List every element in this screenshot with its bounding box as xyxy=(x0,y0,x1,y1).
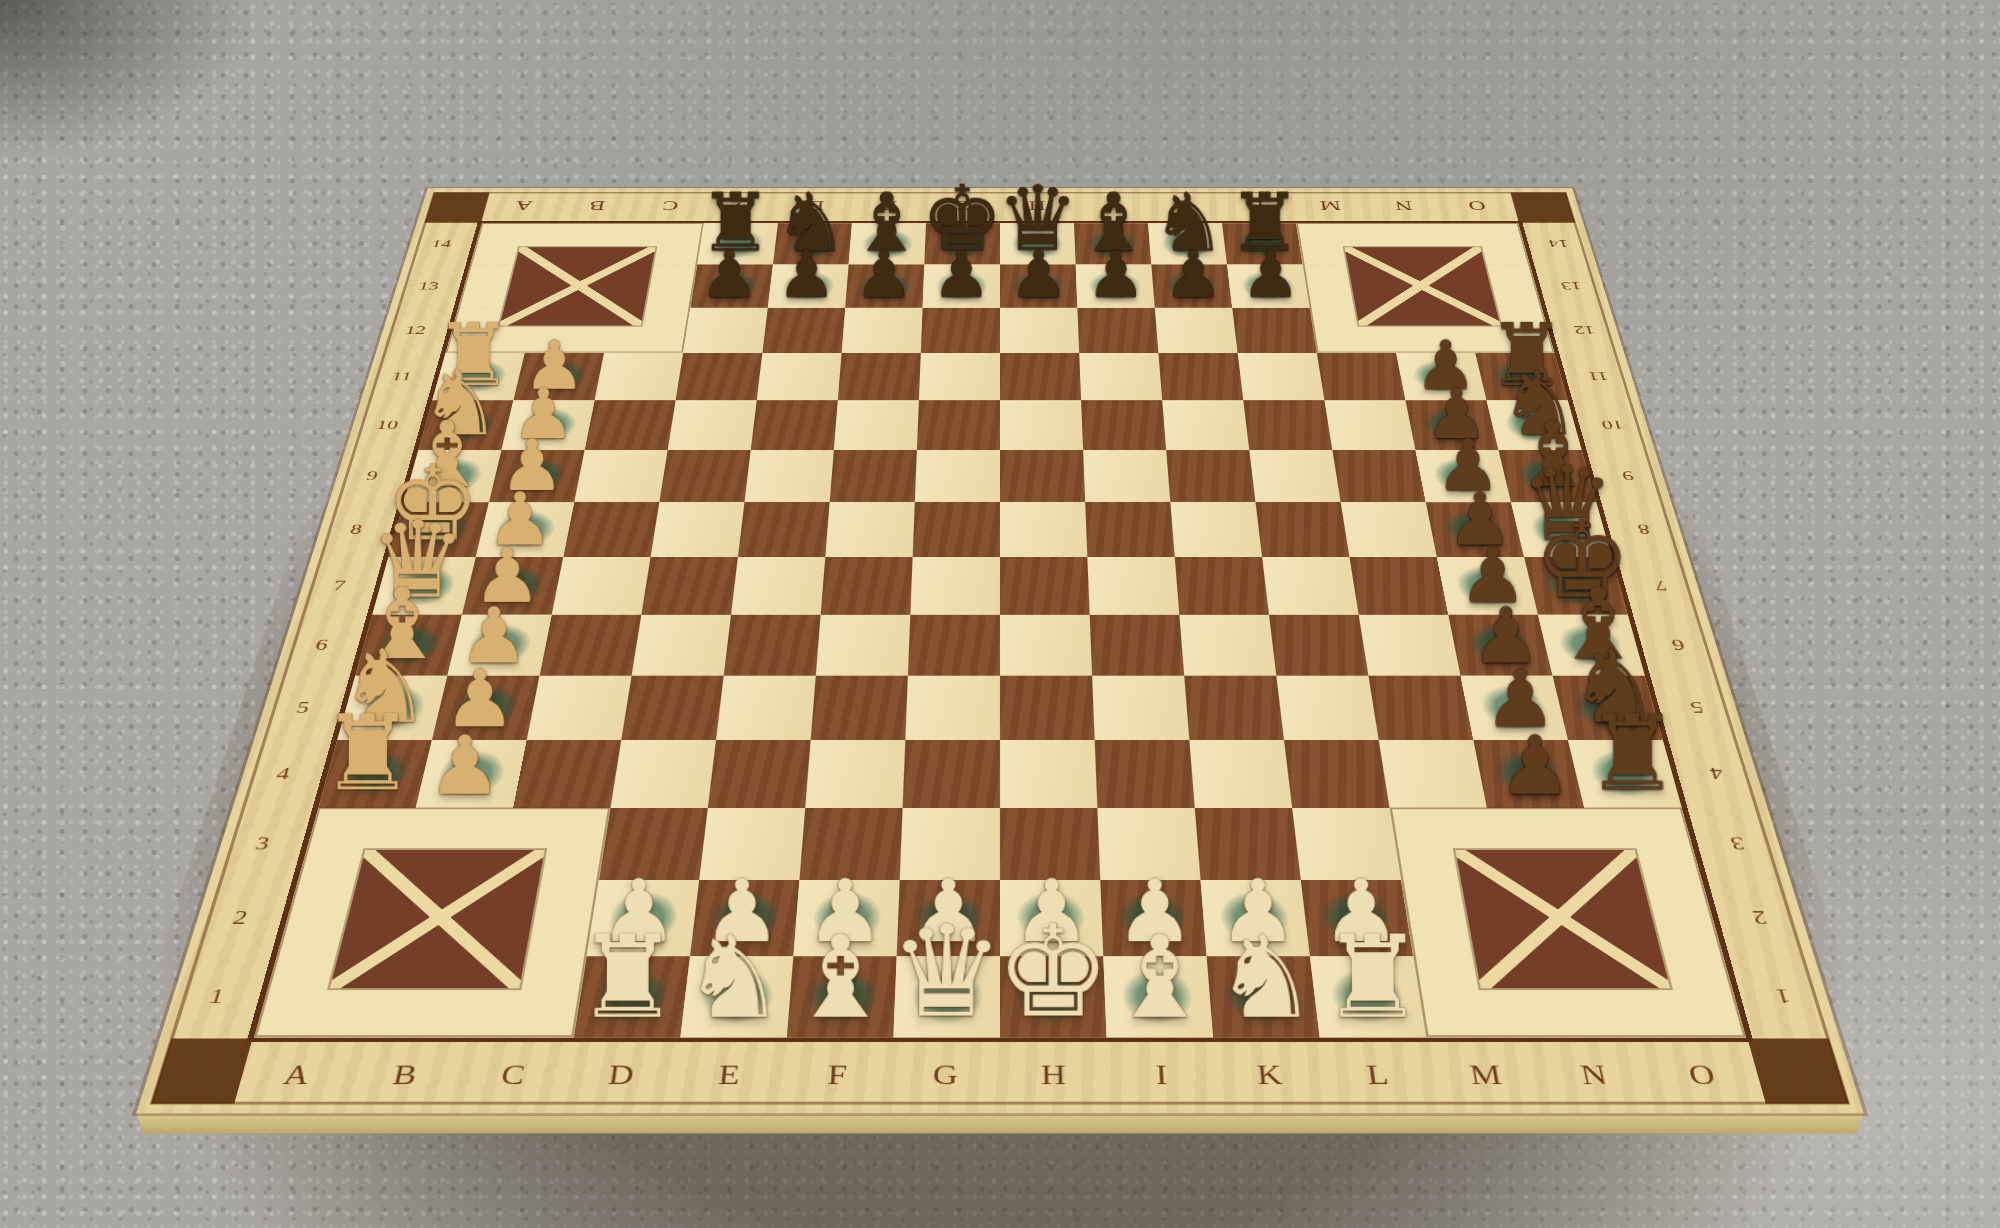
square-F12 xyxy=(842,308,923,353)
square-C4 xyxy=(513,740,621,808)
square-I7 xyxy=(1087,557,1179,615)
square-F8 xyxy=(825,502,915,557)
square-I9 xyxy=(1083,450,1170,502)
play-area: ♜♞♝♚♛♝♞♜♟♟♟♟♟♟♟♟♜♟♟♜♞♟♟♞♝♟♟♝♚♟♟♛♛♟♟♚♝♟♟♝… xyxy=(246,221,1753,1043)
file-labels-bottom: ABCDEFGHIKLMNO xyxy=(235,1045,1765,1104)
file-label-bottom-C: C xyxy=(454,1045,573,1104)
piece-north-pawn-L13: ♟ xyxy=(1241,242,1301,307)
square-H8 xyxy=(1000,502,1087,557)
square-L5 xyxy=(1276,676,1378,740)
piece-south-rook-D1: ♜ xyxy=(575,921,680,1035)
rank-label-right-4: 4 xyxy=(1672,740,1763,808)
square-I5 xyxy=(1092,676,1189,740)
file-labels-top: ABCDEFGHIKLMNO xyxy=(483,192,1517,219)
square-E11 xyxy=(757,353,842,400)
file-label-bottom-G: G xyxy=(891,1045,1000,1104)
square-E4 xyxy=(708,740,811,808)
square-I12 xyxy=(1077,308,1158,353)
square-K7 xyxy=(1175,557,1269,615)
piece-west-pawn-B4: ♟ xyxy=(427,725,502,807)
square-K6 xyxy=(1179,615,1276,676)
piece-south-bishop-F1: ♝ xyxy=(788,921,893,1035)
file-label-bottom-K: K xyxy=(1214,1045,1328,1104)
piece-north-pawn-K13: ♟ xyxy=(1164,242,1224,307)
piece-east-rook-O4: ♜ xyxy=(1584,702,1680,806)
piece-south-knight-K1: ♞ xyxy=(1214,921,1319,1035)
square-E9 xyxy=(744,450,833,502)
square-M9 xyxy=(1332,450,1426,502)
square-G6 xyxy=(908,615,1000,676)
file-label-top-A: A xyxy=(483,192,563,219)
square-C6 xyxy=(539,615,641,676)
square-K11 xyxy=(1158,353,1243,400)
square-E7 xyxy=(731,557,825,615)
square-K4 xyxy=(1189,740,1292,808)
square-E6 xyxy=(724,615,821,676)
rank-label-right-12: 12 xyxy=(1549,308,1620,353)
square-G9 xyxy=(915,450,1000,502)
square-C7 xyxy=(552,557,651,615)
square-E1: ♞ xyxy=(680,956,793,1037)
file-label-bottom-B: B xyxy=(344,1045,465,1104)
square-M7 xyxy=(1349,557,1448,615)
square-I11 xyxy=(1079,353,1162,400)
square-E10 xyxy=(751,400,838,450)
square-E13: ♟ xyxy=(768,265,849,308)
square-M8 xyxy=(1341,502,1437,557)
square-E5 xyxy=(716,676,816,740)
rank-label-left-14: 14 xyxy=(407,223,475,264)
square-C9 xyxy=(574,450,668,502)
square-G13: ♟ xyxy=(923,265,1000,308)
square-L9 xyxy=(1249,450,1340,502)
square-M11 xyxy=(1317,353,1406,400)
square-L11 xyxy=(1238,353,1325,400)
square-L8 xyxy=(1256,502,1350,557)
file-label-top-H: H xyxy=(1000,192,1074,219)
corner-x-mark-top-right xyxy=(1345,247,1501,325)
piece-south-bishop-I1: ♝ xyxy=(1107,921,1212,1035)
square-D13: ♟ xyxy=(690,265,773,308)
square-N4: ♟ xyxy=(1473,740,1584,808)
file-label-bottom-A: A xyxy=(235,1045,359,1104)
square-D7 xyxy=(641,557,738,615)
file-label-bottom-O: O xyxy=(1641,1045,1765,1104)
corner-x-mark-bottom-left xyxy=(330,850,545,988)
piece-north-pawn-I13: ♟ xyxy=(1086,242,1145,307)
square-D11 xyxy=(676,353,763,400)
piece-south-king-H1: ♚ xyxy=(995,909,1111,1036)
file-label-bottom-I: I xyxy=(1107,1045,1219,1104)
square-K8 xyxy=(1170,502,1262,557)
file-label-bottom-M: M xyxy=(1428,1045,1547,1104)
file-label-top-B: B xyxy=(557,192,636,219)
square-D10 xyxy=(668,400,757,450)
rank-label-right-13: 13 xyxy=(1537,265,1606,308)
four-player-chessboard: ABCDEFGHIKLMNO ABCDEFGHIKLMNO 1413121110… xyxy=(136,188,1863,1113)
square-M4 xyxy=(1379,740,1487,808)
square-D1: ♜ xyxy=(574,956,690,1037)
square-G4 xyxy=(903,740,1000,808)
corner-x-mark-bottom-right xyxy=(1455,850,1670,988)
square-I10 xyxy=(1081,400,1166,450)
square-F9 xyxy=(830,450,917,502)
square-G10 xyxy=(917,400,1000,450)
square-L13: ♟ xyxy=(1227,265,1310,308)
piece-north-pawn-G13: ♟ xyxy=(932,242,991,307)
board-front-edge xyxy=(136,1113,1863,1133)
square-G11 xyxy=(919,353,1000,400)
file-label-top-C: C xyxy=(631,192,709,219)
rank-label-right-14: 14 xyxy=(1525,223,1593,264)
file-label-bottom-D: D xyxy=(563,1045,679,1104)
file-label-top-E: E xyxy=(778,192,854,219)
square-C11 xyxy=(595,353,684,400)
square-L7 xyxy=(1262,557,1359,615)
square-C10 xyxy=(585,400,676,450)
square-F1: ♝ xyxy=(787,956,897,1037)
square-G1: ♛ xyxy=(893,956,1000,1037)
border-corner-square-bottom-left xyxy=(151,1038,253,1103)
square-L6 xyxy=(1269,615,1368,676)
square-D12 xyxy=(683,308,768,353)
piece-south-knight-E1: ♞ xyxy=(682,921,787,1035)
square-F7 xyxy=(821,557,913,615)
border-corner-square-top-left xyxy=(425,193,490,223)
square-G12 xyxy=(921,308,1000,353)
square-H4 xyxy=(1000,740,1097,808)
square-G8 xyxy=(913,502,1000,557)
piece-north-pawn-H13: ♟ xyxy=(1009,242,1068,307)
rank-label-right-11: 11 xyxy=(1562,353,1635,400)
square-M5 xyxy=(1368,676,1473,740)
square-H9 xyxy=(1000,450,1085,502)
file-label-bottom-H: H xyxy=(1000,1045,1109,1104)
square-H5 xyxy=(1000,676,1095,740)
square-E12 xyxy=(762,308,845,353)
square-K9 xyxy=(1166,450,1255,502)
square-L4 xyxy=(1284,740,1390,808)
file-label-top-M: M xyxy=(1291,192,1369,219)
square-D8 xyxy=(651,502,745,557)
square-E8 xyxy=(738,502,830,557)
square-K5 xyxy=(1184,676,1284,740)
file-label-bottom-L: L xyxy=(1321,1045,1437,1104)
square-L10 xyxy=(1243,400,1332,450)
piece-west-rook-A4: ♜ xyxy=(320,702,416,806)
file-label-top-K: K xyxy=(1146,192,1222,219)
square-F13: ♟ xyxy=(845,265,924,308)
square-C5 xyxy=(527,676,632,740)
square-H11 xyxy=(1000,353,1081,400)
rank-label-left-13: 13 xyxy=(394,265,463,308)
square-I6 xyxy=(1090,615,1185,676)
scene: ABCDEFGHIKLMNO ABCDEFGHIKLMNO 1413121110… xyxy=(0,0,2000,1228)
square-D9 xyxy=(659,450,750,502)
square-L1: ♜ xyxy=(1310,956,1426,1037)
square-O4: ♜ xyxy=(1568,740,1682,808)
square-K12 xyxy=(1155,308,1238,353)
border-corner-square-bottom-right xyxy=(1747,1038,1849,1103)
square-F4 xyxy=(805,740,905,808)
square-L12 xyxy=(1232,308,1317,353)
piece-north-pawn-F13: ♟ xyxy=(854,242,913,307)
file-label-top-D: D xyxy=(705,192,782,219)
square-K1: ♞ xyxy=(1207,956,1320,1037)
file-label-bottom-N: N xyxy=(1534,1045,1655,1104)
square-K13: ♟ xyxy=(1151,265,1232,308)
square-I1: ♝ xyxy=(1103,956,1213,1037)
rank-label-right-9: 9 xyxy=(1589,450,1667,502)
piece-north-pawn-D13: ♟ xyxy=(700,242,760,307)
corner-panel-bottom-left xyxy=(254,808,610,1038)
corner-panel-bottom-right xyxy=(1390,808,1746,1038)
piece-east-pawn-N4: ♟ xyxy=(1498,725,1573,807)
piece-south-rook-L1: ♜ xyxy=(1320,921,1425,1035)
square-H7 xyxy=(1000,557,1090,615)
piece-north-pawn-E13: ♟ xyxy=(777,242,837,307)
square-M6 xyxy=(1359,615,1461,676)
square-H12 xyxy=(1000,308,1079,353)
square-F11 xyxy=(838,353,921,400)
square-I13: ♟ xyxy=(1076,265,1155,308)
square-F6 xyxy=(816,615,911,676)
piece-south-queen-G1: ♛ xyxy=(889,909,1005,1036)
square-H1: ♚ xyxy=(1000,956,1107,1037)
square-G5 xyxy=(905,676,1000,740)
square-A4: ♜ xyxy=(318,740,432,808)
square-K10 xyxy=(1162,400,1249,450)
file-label-top-N: N xyxy=(1364,192,1443,219)
file-label-bottom-E: E xyxy=(672,1045,786,1104)
file-label-top-F: F xyxy=(852,192,927,219)
file-label-top-L: L xyxy=(1218,192,1295,219)
square-C8 xyxy=(563,502,659,557)
square-M10 xyxy=(1324,400,1415,450)
file-label-bottom-F: F xyxy=(781,1045,893,1104)
border-corner-square-top-right xyxy=(1510,193,1575,223)
square-D5 xyxy=(621,676,723,740)
square-H13: ♟ xyxy=(1000,265,1077,308)
square-H10 xyxy=(1000,400,1083,450)
square-G7 xyxy=(910,557,1000,615)
square-F5 xyxy=(811,676,908,740)
file-label-top-I: I xyxy=(1073,192,1148,219)
square-F10 xyxy=(834,400,919,450)
square-D4 xyxy=(610,740,716,808)
square-I4 xyxy=(1095,740,1195,808)
file-label-top-O: O xyxy=(1437,192,1517,219)
square-H6 xyxy=(1000,615,1092,676)
carpet-background: ABCDEFGHIKLMNO ABCDEFGHIKLMNO 1413121110… xyxy=(0,0,2000,1228)
square-D6 xyxy=(632,615,731,676)
file-label-top-G: G xyxy=(926,192,1000,219)
board-grid: ♜♞♝♚♛♝♞♜♟♟♟♟♟♟♟♟♜♟♟♜♞♟♟♞♝♟♟♝♚♟♟♛♛♟♟♚♝♟♟♝… xyxy=(254,223,1746,1037)
corner-x-mark-top-left xyxy=(500,247,656,325)
square-I8 xyxy=(1085,502,1175,557)
rank-label-right-10: 10 xyxy=(1575,400,1650,450)
square-B4: ♟ xyxy=(416,740,527,808)
